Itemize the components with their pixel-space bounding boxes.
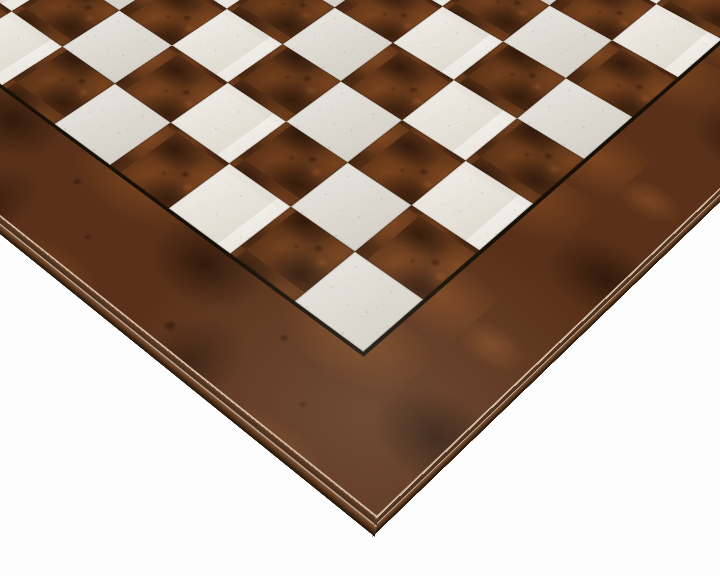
chess-board xyxy=(0,0,720,518)
chess-board-photo xyxy=(0,0,720,576)
